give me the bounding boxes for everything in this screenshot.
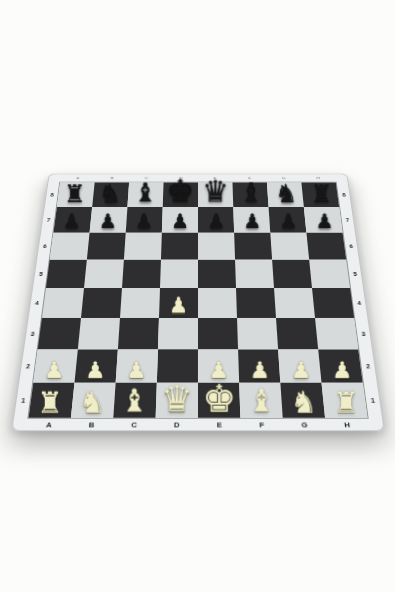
black-rook: ♜ [63, 182, 85, 206]
black-pawn: ♟ [134, 212, 152, 232]
file-label: G [266, 174, 301, 183]
file-label: A [60, 174, 95, 183]
square-d3 [157, 318, 197, 349]
square-h3 [315, 318, 358, 349]
chess-board: ♜♞♝♚♛♝♞♜♟♟♟♟♟♟♟♟♟♟♟♟♟♟♟♟♜♞♝♛♚♝♞♜ [28, 182, 367, 417]
square-e5 [198, 260, 236, 288]
square-e7: ♟ [198, 207, 234, 233]
square-h7: ♟ [303, 207, 342, 233]
black-pawn: ♟ [170, 212, 188, 232]
square-f1: ♝ [239, 383, 283, 418]
square-d6 [160, 233, 197, 260]
square-b1: ♞ [70, 383, 115, 418]
square-c3 [117, 318, 158, 349]
black-pawn: ♟ [243, 212, 261, 232]
square-c2: ♟ [115, 349, 157, 382]
square-g8: ♞ [266, 182, 303, 207]
square-h4 [312, 288, 354, 318]
file-label: E [198, 174, 232, 183]
black-bishop: ♝ [133, 180, 156, 206]
square-h1: ♜ [321, 383, 367, 418]
rank-label: 6 [36, 233, 53, 260]
black-rook: ♜ [310, 182, 332, 206]
black-pawn: ♟ [98, 212, 116, 232]
square-c1: ♝ [113, 383, 157, 418]
rank-label: 7 [40, 207, 57, 233]
square-a6 [49, 233, 89, 260]
square-h8: ♜ [301, 182, 339, 207]
black-bishop: ♝ [239, 180, 262, 206]
file-label: D [155, 418, 198, 431]
square-h6 [306, 233, 346, 260]
rank-label: 8 [43, 182, 59, 207]
white-king: ♚ [202, 379, 236, 417]
square-b7: ♟ [89, 207, 127, 233]
rank-label: 7 [339, 207, 356, 233]
square-h2: ♟ [318, 349, 363, 382]
square-g5 [272, 260, 312, 288]
square-c8: ♝ [127, 182, 163, 207]
square-d8: ♚ [162, 182, 197, 207]
square-e2: ♟ [198, 349, 239, 382]
square-d5 [160, 260, 198, 288]
square-f6 [234, 233, 272, 260]
file-label: H [325, 418, 369, 431]
file-label: A [26, 418, 70, 431]
file-label: B [69, 418, 113, 431]
white-pawn: ♟ [331, 359, 351, 382]
black-pawn: ♟ [207, 212, 225, 232]
black-knight: ♞ [98, 181, 120, 206]
square-e8: ♛ [198, 182, 233, 207]
white-pawn: ♟ [126, 359, 146, 382]
white-bishop: ♝ [247, 386, 275, 417]
square-d7: ♟ [161, 207, 197, 233]
square-a8: ♜ [56, 182, 94, 207]
square-f8: ♝ [232, 182, 268, 207]
square-c7: ♟ [125, 207, 162, 233]
square-g1: ♞ [280, 383, 325, 418]
square-a7: ♟ [53, 207, 92, 233]
square-e3 [198, 318, 238, 349]
rank-label: 6 [342, 233, 359, 260]
black-pawn: ♟ [279, 212, 297, 232]
square-g4 [274, 288, 315, 318]
square-b8: ♞ [92, 182, 129, 207]
chess-mat: ♜♞♝♚♛♝♞♜♟♟♟♟♟♟♟♟♟♟♟♟♟♟♟♟♜♞♝♛♚♝♞♜ ABCDEFG… [10, 174, 384, 432]
square-f3 [237, 318, 278, 349]
file-label: F [240, 418, 283, 431]
square-a3 [37, 318, 80, 349]
photo-background: ♜♞♝♚♛♝♞♜♟♟♟♟♟♟♟♟♟♟♟♟♟♟♟♟♜♞♝♛♚♝♞♜ ABCDEFG… [0, 0, 395, 592]
white-pawn: ♟ [249, 359, 269, 382]
square-c4 [119, 288, 159, 318]
square-g6 [270, 233, 309, 260]
white-knight: ♞ [78, 387, 105, 417]
file-label: D [163, 174, 197, 183]
file-label: G [282, 418, 326, 431]
square-f4 [236, 288, 276, 318]
file-label: C [129, 174, 164, 183]
white-pawn: ♟ [168, 296, 187, 318]
white-pawn: ♟ [290, 359, 310, 382]
square-b5 [84, 260, 124, 288]
square-e4 [198, 288, 237, 318]
white-knight: ♞ [290, 387, 317, 417]
square-f5 [235, 260, 274, 288]
square-a1: ♜ [28, 383, 74, 418]
square-e6 [198, 233, 235, 260]
white-pawn: ♟ [43, 359, 63, 382]
square-h5 [309, 260, 350, 288]
square-a4 [41, 288, 83, 318]
square-d2 [156, 349, 197, 382]
white-pawn: ♟ [84, 359, 104, 382]
square-b6 [86, 233, 125, 260]
square-f2: ♟ [238, 349, 280, 382]
white-bishop: ♝ [120, 386, 148, 417]
black-knight: ♞ [274, 181, 296, 206]
file-label: B [94, 174, 129, 183]
rank-label: 8 [335, 182, 351, 207]
file-label: C [112, 418, 155, 431]
square-a2: ♟ [33, 349, 78, 382]
white-rook: ♜ [333, 388, 359, 417]
square-g7: ♟ [268, 207, 306, 233]
square-b3 [77, 318, 119, 349]
square-g3 [276, 318, 318, 349]
file-label: F [232, 174, 267, 183]
file-label: E [198, 418, 241, 431]
square-c5 [122, 260, 161, 288]
square-f7: ♟ [233, 207, 270, 233]
file-labels-top: ABCDEFGH [60, 174, 336, 183]
board-wrap: ♜♞♝♚♛♝♞♜♟♟♟♟♟♟♟♟♟♟♟♟♟♟♟♟♜♞♝♛♚♝♞♜ ABCDEFG… [32, 122, 364, 454]
square-g2: ♟ [278, 349, 321, 382]
square-b2: ♟ [74, 349, 117, 382]
black-pawn: ♟ [315, 212, 333, 232]
square-d4: ♟ [158, 288, 197, 318]
white-queen: ♛ [160, 381, 192, 417]
file-labels-bottom: ABCDEFGH [26, 418, 368, 431]
square-e1: ♚ [198, 383, 240, 418]
square-b4 [80, 288, 121, 318]
white-rook: ♜ [36, 388, 62, 417]
black-pawn: ♟ [62, 212, 80, 232]
square-c6 [123, 233, 161, 260]
square-a5 [46, 260, 87, 288]
file-label: H [300, 174, 335, 183]
square-d1: ♛ [155, 383, 197, 418]
white-pawn: ♟ [208, 359, 228, 382]
